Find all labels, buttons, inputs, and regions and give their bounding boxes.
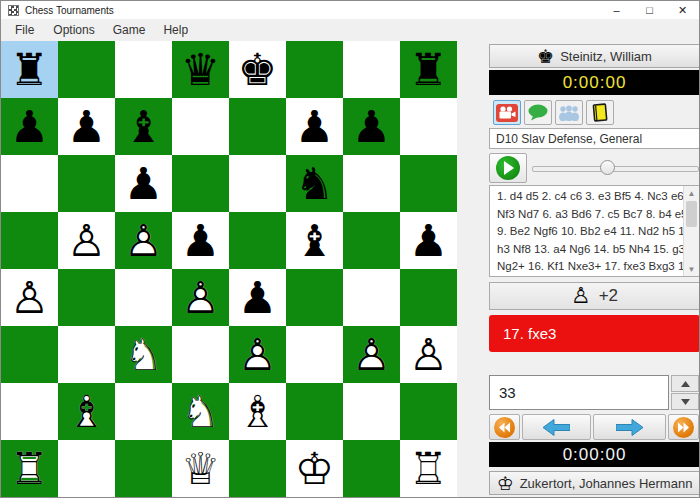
clock-top: 0:00:00 — [489, 70, 700, 95]
move-list-line: Nf3 Nd7 6. a3 Bd6 7. c5 Bc7 8. b4 e5 — [497, 206, 679, 224]
square-g5[interactable] — [343, 212, 400, 269]
black-bishop: ♝ — [115, 98, 172, 155]
square-d2[interactable]: ♞♘ — [172, 383, 229, 440]
square-e3[interactable]: ♟♙ — [229, 326, 286, 383]
square-h7[interactable] — [400, 98, 457, 155]
square-g2[interactable] — [343, 383, 400, 440]
black-queen: ♛ — [172, 41, 229, 98]
square-c7[interactable]: ♝ — [115, 98, 172, 155]
square-b8[interactable] — [58, 41, 115, 98]
square-e1[interactable] — [229, 440, 286, 497]
tab-chat[interactable] — [524, 100, 552, 125]
black-pawn: ♟ — [400, 212, 457, 269]
square-h2[interactable] — [400, 383, 457, 440]
square-g1[interactable] — [343, 440, 400, 497]
up-arrow-icon — [681, 381, 690, 387]
black-pawn: ♟ — [343, 98, 400, 155]
square-a5[interactable] — [1, 212, 58, 269]
square-b6[interactable] — [58, 155, 115, 212]
play-button[interactable] — [489, 153, 527, 183]
square-g6[interactable] — [343, 155, 400, 212]
clock-bottom: 0:00:00 — [489, 442, 700, 467]
play-icon — [496, 156, 520, 180]
square-f4[interactable] — [286, 269, 343, 326]
square-g3[interactable]: ♟♙ — [343, 326, 400, 383]
current-move-banner: 17. fxe3 — [489, 315, 700, 352]
white-bishop: ♝♗ — [58, 383, 115, 440]
material-balance-value: +2 — [599, 286, 618, 306]
scroll-down-icon[interactable]: ▼ — [684, 262, 699, 276]
black-pawn: ♟ — [172, 212, 229, 269]
replay-speed-slider-thumb[interactable] — [600, 160, 615, 175]
tab-notes[interactable] — [586, 100, 614, 125]
black-pawn: ♟ — [286, 98, 343, 155]
square-d6[interactable] — [172, 155, 229, 212]
square-b5[interactable]: ♟♙ — [58, 212, 115, 269]
player-bottom-name: Zukertort, Johannes Hermann — [520, 476, 693, 491]
square-f1[interactable]: ♚♔ — [286, 440, 343, 497]
white-queen: ♛♕ — [172, 440, 229, 497]
square-a4[interactable]: ♟♙ — [1, 269, 58, 326]
move-list[interactable]: 1. d4 d5 2. c4 c6 3. e3 Bf5 4. Nc3 e6 5.… — [489, 185, 700, 277]
move-list-line: Ng2+ 16. Kf1 Nxe3+ 17. fxe3 Bxg3 18. — [497, 258, 679, 276]
black-pawn: ♟ — [58, 98, 115, 155]
square-c5[interactable]: ♟♙ — [115, 212, 172, 269]
square-e8[interactable]: ♚ — [229, 41, 286, 98]
square-d3[interactable] — [172, 326, 229, 383]
square-c8[interactable] — [115, 41, 172, 98]
go-to-end-button[interactable] — [668, 414, 699, 440]
square-h6[interactable] — [400, 155, 457, 212]
window-controls: – □ ✕ — [600, 1, 699, 19]
window-title: Chess Tournaments — [25, 5, 114, 16]
white-pawn: ♟♙ — [58, 212, 115, 269]
square-f7[interactable]: ♟ — [286, 98, 343, 155]
chess-board: ♜♛♚♜♟♟♝♟♟♟♞♟♙♟♙♟♝♟♟♙♟♙♟♞♘♟♙♟♙♟♙♝♗♞♘♝♗♜♖♛… — [1, 41, 457, 497]
square-d7[interactable] — [172, 98, 229, 155]
square-c3[interactable]: ♞♘ — [115, 326, 172, 383]
menu-file[interactable]: File — [15, 23, 34, 37]
players-group-icon — [558, 105, 580, 121]
app-window: Chess Tournaments – □ ✕ File Options Gam… — [0, 0, 700, 498]
square-f5[interactable]: ♝ — [286, 212, 343, 269]
square-d1[interactable]: ♛♕ — [172, 440, 229, 497]
square-a8[interactable]: ♜ — [1, 41, 58, 98]
tab-players[interactable] — [555, 100, 583, 125]
square-g7[interactable]: ♟ — [343, 98, 400, 155]
black-bishop: ♝ — [286, 212, 343, 269]
menu-game[interactable]: Game — [113, 23, 146, 37]
replay-speed-slider-track[interactable] — [532, 166, 699, 172]
rewind-icon — [494, 417, 515, 438]
white-pawn: ♟♙ — [229, 326, 286, 383]
previous-move-button[interactable] — [522, 414, 591, 440]
white-pawn: ♟♙ — [1, 269, 58, 326]
square-f3[interactable] — [286, 326, 343, 383]
square-a2[interactable] — [1, 383, 58, 440]
white-bishop: ♝♗ — [229, 383, 286, 440]
move-number-down-button[interactable] — [671, 393, 699, 410]
square-c2[interactable] — [115, 383, 172, 440]
square-a7[interactable]: ♟ — [1, 98, 58, 155]
white-king: ♚♔ — [286, 440, 343, 497]
square-b3[interactable] — [58, 326, 115, 383]
opening-field[interactable]: D10 Slav Defense, General — [489, 128, 700, 149]
square-f2[interactable] — [286, 383, 343, 440]
title-bar: Chess Tournaments – □ ✕ — [1, 1, 699, 19]
tab-video[interactable] — [493, 100, 521, 125]
black-pawn: ♟ — [1, 98, 58, 155]
down-arrow-icon — [681, 399, 690, 405]
white-knight: ♞♘ — [172, 383, 229, 440]
close-button[interactable]: ✕ — [666, 1, 699, 19]
square-b1[interactable] — [58, 440, 115, 497]
menu-bar: File Options Game Help — [1, 19, 699, 41]
player-top-bar: ♚ Steinitz, William — [489, 44, 700, 68]
white-pawn: ♟♙ — [400, 326, 457, 383]
square-f6[interactable]: ♞ — [286, 155, 343, 212]
black-pawn: ♟ — [229, 269, 286, 326]
white-knight: ♞♘ — [115, 326, 172, 383]
fast-forward-icon — [673, 417, 694, 438]
square-b2[interactable]: ♝♗ — [58, 383, 115, 440]
square-b7[interactable]: ♟ — [58, 98, 115, 155]
notes-icon — [591, 103, 610, 122]
square-d5[interactable]: ♟ — [172, 212, 229, 269]
square-f8[interactable] — [286, 41, 343, 98]
square-e6[interactable] — [229, 155, 286, 212]
scrollbar-thumb[interactable] — [686, 201, 697, 227]
square-e4[interactable]: ♟ — [229, 269, 286, 326]
square-h5[interactable]: ♟ — [400, 212, 457, 269]
square-e2[interactable]: ♝♗ — [229, 383, 286, 440]
square-h1[interactable]: ♜♖ — [400, 440, 457, 497]
menu-help[interactable]: Help — [163, 23, 188, 37]
black-rook: ♜ — [1, 41, 58, 98]
square-d4[interactable]: ♟♙ — [172, 269, 229, 326]
square-c4[interactable] — [115, 269, 172, 326]
move-list-line: 9. Be2 Ngf6 10. Bb2 e4 11. Nd2 h5 12. — [497, 223, 679, 241]
white-pawn-icon: ♙ — [571, 285, 591, 307]
material-balance-bar: ♙ +2 — [489, 282, 700, 310]
black-pawn: ♟ — [115, 155, 172, 212]
square-b4[interactable] — [58, 269, 115, 326]
white-pawn: ♟♙ — [115, 212, 172, 269]
black-knight: ♞ — [286, 155, 343, 212]
square-h4[interactable] — [400, 269, 457, 326]
next-move-button[interactable] — [593, 414, 666, 440]
move-list-line: 1. d4 d5 2. c4 c6 3. e3 Bf5 4. Nc3 e6 5. — [497, 188, 679, 206]
square-g4[interactable] — [343, 269, 400, 326]
move-list-line: h3 Nf8 13. a4 Ng6 14. b5 Nh4 15. g3 — [497, 241, 679, 259]
chat-bubble-icon — [527, 104, 549, 121]
white-rook: ♜♖ — [400, 440, 457, 497]
square-e5[interactable] — [229, 212, 286, 269]
move-list-scrollbar[interactable]: ▲ ▼ — [683, 186, 699, 276]
white-pawn: ♟♙ — [343, 326, 400, 383]
left-arrow-icon — [543, 419, 570, 436]
square-c6[interactable]: ♟ — [115, 155, 172, 212]
app-icon — [8, 5, 19, 16]
move-number-up-button[interactable] — [671, 375, 699, 392]
maximize-button[interactable]: □ — [633, 1, 666, 19]
square-e7[interactable] — [229, 98, 286, 155]
square-a6[interactable] — [1, 155, 58, 212]
white-king-icon: ♔ — [497, 474, 514, 493]
tab-strip — [493, 100, 614, 125]
square-c1[interactable] — [115, 440, 172, 497]
go-to-start-button[interactable] — [489, 414, 520, 440]
video-camera-icon — [496, 104, 518, 122]
player-bottom-bar: ♔ Zukertort, Johannes Hermann — [489, 471, 700, 495]
right-arrow-icon — [616, 419, 643, 436]
white-pawn: ♟♙ — [172, 269, 229, 326]
move-number-input[interactable]: 33 — [489, 375, 669, 410]
player-top-name: Steinitz, William — [560, 49, 652, 64]
white-rook: ♜♖ — [1, 440, 58, 497]
minimize-button[interactable]: – — [600, 1, 633, 19]
square-a1[interactable]: ♜♖ — [1, 440, 58, 497]
square-d8[interactable]: ♛ — [172, 41, 229, 98]
scroll-up-icon[interactable]: ▲ — [684, 186, 699, 200]
square-h8[interactable]: ♜ — [400, 41, 457, 98]
black-king: ♚ — [229, 41, 286, 98]
black-king-icon: ♚ — [537, 47, 554, 66]
square-a3[interactable] — [1, 326, 58, 383]
black-rook: ♜ — [400, 41, 457, 98]
square-g8[interactable] — [343, 41, 400, 98]
square-h3[interactable]: ♟♙ — [400, 326, 457, 383]
menu-options[interactable]: Options — [53, 23, 94, 37]
